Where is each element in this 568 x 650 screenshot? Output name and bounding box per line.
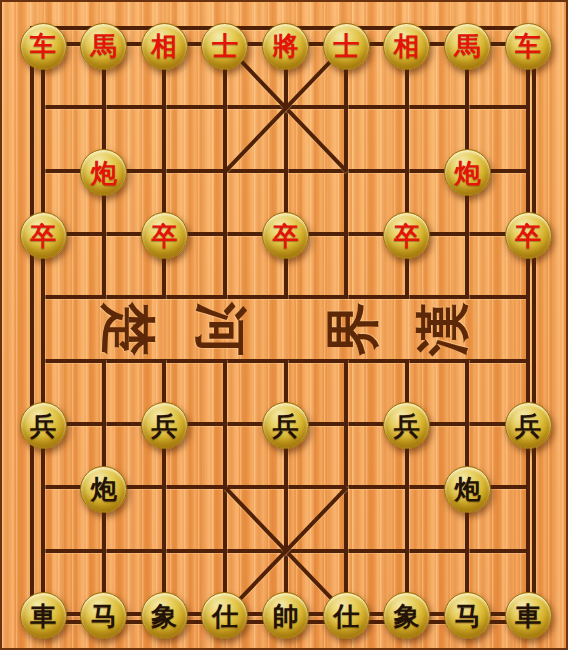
piece-r10c8-马[interactable]: 马 — [444, 592, 491, 639]
piece-glyph: 卒 — [515, 223, 541, 249]
piece-glyph: 卒 — [30, 223, 56, 249]
piece-r8c2-炮[interactable]: 炮 — [80, 466, 127, 513]
piece-glyph: 兵 — [30, 413, 56, 439]
piece-r7c9-兵[interactable]: 兵 — [505, 402, 552, 449]
piece-glyph: 兵 — [515, 413, 541, 439]
piece-r1c2-馬[interactable]: 馬 — [80, 23, 127, 70]
piece-r10c4-仕[interactable]: 仕 — [201, 592, 248, 639]
piece-glyph: 帥 — [273, 603, 299, 629]
river-label-jie: 界 — [325, 302, 379, 356]
piece-glyph: 车 — [515, 33, 541, 59]
grid-line — [405, 359, 409, 616]
grid-line — [162, 42, 166, 299]
piece-glyph: 馬 — [454, 33, 480, 59]
piece-glyph: 炮 — [454, 476, 480, 502]
piece-glyph: 炮 — [454, 160, 480, 186]
piece-glyph: 马 — [91, 603, 117, 629]
river-label-han: 漢 — [415, 302, 469, 356]
piece-glyph: 象 — [151, 603, 177, 629]
piece-glyph: 車 — [30, 603, 56, 629]
piece-glyph: 卒 — [394, 223, 420, 249]
piece-r10c1-車[interactable]: 車 — [20, 592, 67, 639]
piece-r10c6-仕[interactable]: 仕 — [323, 592, 370, 639]
river-label-he: 河 — [195, 302, 249, 356]
river-label-chu: 楚 — [102, 302, 156, 356]
piece-glyph: 兵 — [273, 413, 299, 439]
grid-line — [405, 42, 409, 299]
piece-r10c2-马[interactable]: 马 — [80, 592, 127, 639]
piece-glyph: 士 — [333, 33, 359, 59]
piece-r1c7-相[interactable]: 相 — [383, 23, 430, 70]
piece-r4c1-卒[interactable]: 卒 — [20, 212, 67, 259]
xiangqi-board: 楚 河 界 漢 车馬相士將士相馬车炮炮卒卒卒卒卒兵兵兵兵兵炮炮車马象仕帥仕象马車 — [0, 0, 568, 650]
grid-line — [284, 42, 288, 299]
piece-glyph: 卒 — [151, 223, 177, 249]
piece-glyph: 相 — [394, 33, 420, 59]
piece-r4c3-卒[interactable]: 卒 — [141, 212, 188, 259]
grid-line — [41, 42, 45, 616]
piece-glyph: 兵 — [151, 413, 177, 439]
grid-line — [526, 42, 530, 616]
piece-glyph: 炮 — [91, 476, 117, 502]
piece-glyph: 士 — [212, 33, 238, 59]
piece-glyph: 仕 — [333, 603, 359, 629]
piece-glyph: 車 — [515, 603, 541, 629]
grid-line — [162, 359, 166, 616]
piece-r10c3-象[interactable]: 象 — [141, 592, 188, 639]
piece-r10c5-帥[interactable]: 帥 — [262, 592, 309, 639]
piece-glyph: 炮 — [91, 160, 117, 186]
piece-r1c3-相[interactable]: 相 — [141, 23, 188, 70]
piece-glyph: 相 — [151, 33, 177, 59]
piece-glyph: 马 — [454, 603, 480, 629]
piece-glyph: 將 — [273, 33, 299, 59]
piece-r7c3-兵[interactable]: 兵 — [141, 402, 188, 449]
piece-glyph: 车 — [30, 33, 56, 59]
piece-r1c8-馬[interactable]: 馬 — [444, 23, 491, 70]
piece-r1c9-车[interactable]: 车 — [505, 23, 552, 70]
piece-glyph: 仕 — [212, 603, 238, 629]
piece-r8c8-炮[interactable]: 炮 — [444, 466, 491, 513]
piece-r1c5-將[interactable]: 將 — [262, 23, 309, 70]
piece-glyph: 馬 — [91, 33, 117, 59]
piece-r10c7-象[interactable]: 象 — [383, 592, 430, 639]
grid-line — [284, 359, 288, 616]
piece-glyph: 象 — [394, 603, 420, 629]
piece-r10c9-車[interactable]: 車 — [505, 592, 552, 639]
piece-r3c2-炮[interactable]: 炮 — [80, 149, 127, 196]
piece-r4c9-卒[interactable]: 卒 — [505, 212, 552, 259]
piece-r1c1-车[interactable]: 车 — [20, 23, 67, 70]
piece-r1c4-士[interactable]: 士 — [201, 23, 248, 70]
piece-r7c1-兵[interactable]: 兵 — [20, 402, 67, 449]
piece-r1c6-士[interactable]: 士 — [323, 23, 370, 70]
piece-glyph: 兵 — [394, 413, 420, 439]
piece-glyph: 卒 — [273, 223, 299, 249]
piece-r3c8-炮[interactable]: 炮 — [444, 149, 491, 196]
